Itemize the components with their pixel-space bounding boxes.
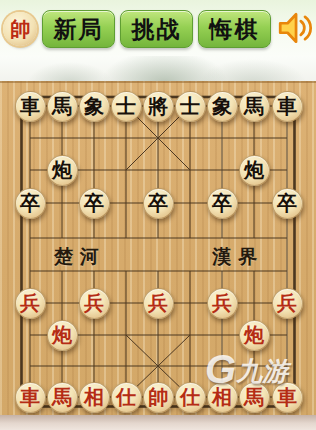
piece-black-士[interactable]: 士 (111, 91, 142, 122)
river-label-han-jie: 漢界 (212, 245, 264, 269)
piece-black-卒[interactable]: 卒 (79, 188, 110, 219)
challenge-button[interactable]: 挑战 (120, 10, 193, 48)
undo-move-button[interactable]: 悔棋 (198, 10, 271, 48)
piece-red-兵[interactable]: 兵 (143, 288, 174, 319)
piece-red-車[interactable]: 車 (272, 382, 303, 413)
piece-black-卒[interactable]: 卒 (272, 188, 303, 219)
piece-black-車[interactable]: 車 (15, 91, 46, 122)
piece-black-卒[interactable]: 卒 (207, 188, 238, 219)
piece-black-象[interactable]: 象 (79, 91, 110, 122)
piece-red-馬[interactable]: 馬 (47, 382, 78, 413)
piece-red-仕[interactable]: 仕 (111, 382, 142, 413)
piece-red-炮[interactable]: 炮 (239, 320, 270, 351)
piece-red-相[interactable]: 相 (207, 382, 238, 413)
speaker-on-icon (276, 9, 314, 50)
toolbar: 帥 新局 挑战 悔棋 (0, 0, 316, 58)
app-piece-logo-char: 帥 (10, 19, 30, 39)
piece-black-車[interactable]: 車 (272, 91, 303, 122)
piece-red-車[interactable]: 車 (15, 382, 46, 413)
xiangqi-app-window: 帥 新局 挑战 悔棋 (0, 0, 316, 430)
piece-black-卒[interactable]: 卒 (143, 188, 174, 219)
piece-black-將[interactable]: 將 (143, 91, 174, 122)
new-game-button[interactable]: 新局 (42, 10, 115, 48)
footer-strip (0, 415, 316, 430)
piece-red-帥[interactable]: 帥 (143, 382, 174, 413)
piece-red-相[interactable]: 相 (79, 382, 110, 413)
piece-black-馬[interactable]: 馬 (47, 91, 78, 122)
river-label-chu-he: 楚河 (54, 245, 106, 269)
piece-black-炮[interactable]: 炮 (239, 155, 270, 186)
xiangqi-board[interactable]: 楚河 漢界 車馬象士將士象馬車炮炮卒卒卒卒卒兵兵兵兵兵炮炮車馬相仕帥仕相馬車 G… (0, 81, 316, 415)
piece-black-卒[interactable]: 卒 (15, 188, 46, 219)
piece-red-兵[interactable]: 兵 (272, 288, 303, 319)
piece-black-士[interactable]: 士 (175, 91, 206, 122)
sound-toggle-button[interactable] (276, 10, 314, 48)
piece-red-兵[interactable]: 兵 (207, 288, 238, 319)
app-piece-logo-icon: 帥 (3, 12, 37, 46)
piece-red-兵[interactable]: 兵 (15, 288, 46, 319)
board-grid-lines (0, 81, 316, 415)
background-mountains (0, 56, 316, 81)
piece-black-炮[interactable]: 炮 (47, 155, 78, 186)
piece-red-仕[interactable]: 仕 (175, 382, 206, 413)
header: 帥 新局 挑战 悔棋 (0, 0, 316, 81)
piece-black-馬[interactable]: 馬 (239, 91, 270, 122)
piece-black-象[interactable]: 象 (207, 91, 238, 122)
piece-red-兵[interactable]: 兵 (79, 288, 110, 319)
piece-red-炮[interactable]: 炮 (47, 320, 78, 351)
piece-red-馬[interactable]: 馬 (239, 382, 270, 413)
